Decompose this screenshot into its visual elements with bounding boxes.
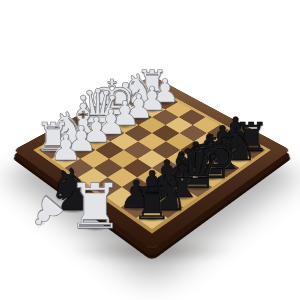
piece-shadow bbox=[79, 223, 111, 233]
board-grid bbox=[39, 88, 265, 229]
piece-shadow bbox=[29, 198, 64, 236]
chess-set-photo: ♜♟♟♜♞♟♟♞♝♟♟♝♚♟♟♚♛♟♟♛♝♟♟♝♞♟♟♞♜♟♟♜♟♞♜ bbox=[0, 0, 300, 300]
piece-silver-pawn-loose: ♟ bbox=[21, 187, 72, 238]
chess-board bbox=[13, 76, 290, 250]
piece-shadow bbox=[58, 205, 88, 214]
board-border bbox=[33, 85, 271, 234]
